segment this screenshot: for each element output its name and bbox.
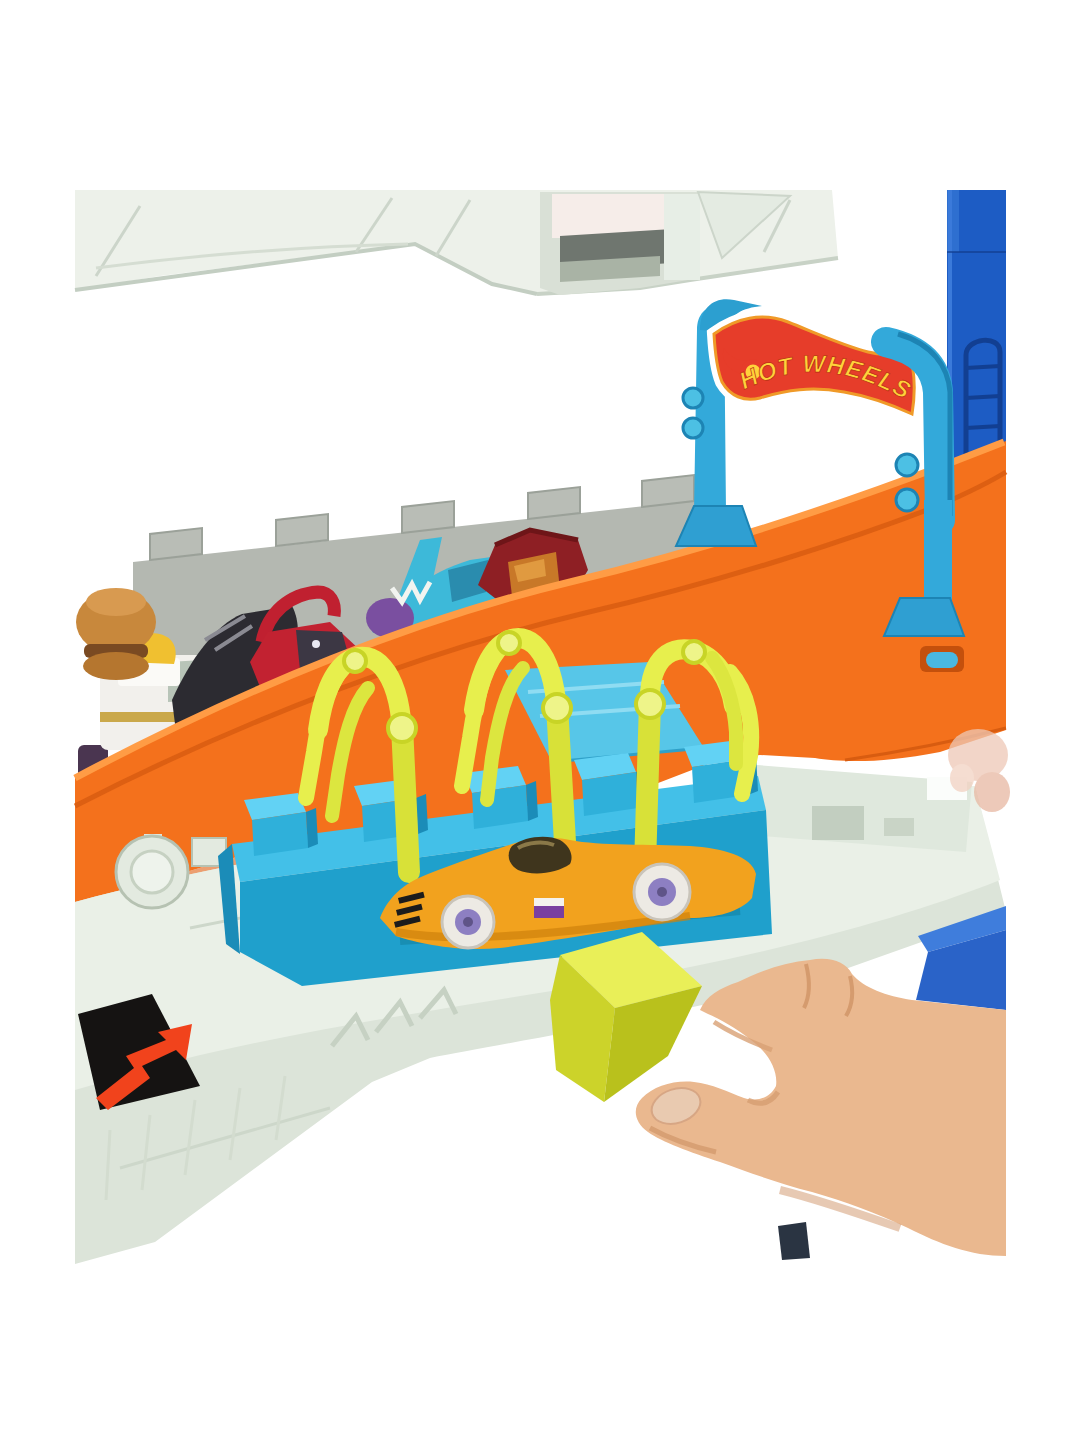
wall-tab: [276, 514, 328, 546]
arm-joint: [388, 714, 416, 742]
banner-right-leg: [924, 500, 952, 602]
arm-post: [645, 702, 650, 866]
side-sticker-purple: [534, 906, 564, 918]
wall-tab: [402, 501, 454, 533]
arm-joint: [683, 641, 705, 663]
recess-pillar: [664, 194, 700, 280]
leg-bump: [683, 418, 703, 438]
block-side: [306, 808, 318, 848]
front-hub-center: [463, 917, 473, 927]
bun-highlight: [86, 588, 146, 616]
leg-bump: [683, 388, 703, 408]
shelf-slot-small: [884, 818, 914, 836]
arm-joint: [543, 694, 571, 722]
wall-tab: [528, 487, 580, 519]
slot-handle: [926, 652, 958, 668]
arm-joint: [636, 690, 664, 718]
arm-post: [557, 706, 565, 842]
arm-joint: [344, 650, 366, 672]
blur-blob: [974, 772, 1010, 812]
product-photo: HOT WHEELS: [0, 0, 1080, 1440]
blur-blob: [950, 764, 974, 792]
window-sparkle: [312, 640, 320, 648]
wall-tab: [642, 475, 694, 507]
leg-bump: [896, 489, 918, 511]
arm-post: [402, 726, 409, 872]
arm-joint: [498, 632, 520, 654]
rear-hub-center: [657, 887, 667, 897]
wall-tab: [150, 528, 202, 560]
shelf-slot: [812, 806, 864, 840]
dark-track-piece: [778, 1222, 810, 1260]
bun-bottom: [83, 652, 149, 680]
block-side: [526, 781, 538, 821]
dial-knob-center: [131, 851, 173, 893]
playset-scene: HOT WHEELS: [0, 0, 1080, 1440]
leg-bump: [896, 454, 918, 476]
